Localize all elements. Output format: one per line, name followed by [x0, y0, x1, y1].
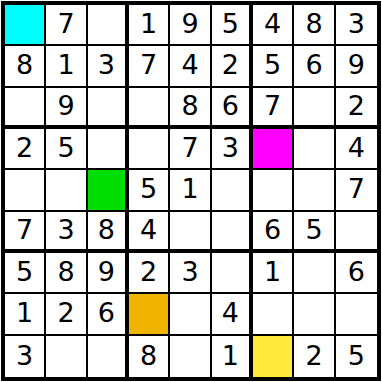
cell-r9c5[interactable] [170, 336, 211, 377]
orange-cell[interactable] [129, 294, 170, 335]
cyan-cell[interactable] [5, 5, 46, 46]
cell-r8c6[interactable]: 4 [212, 294, 253, 335]
cell-r2c5[interactable]: 4 [170, 46, 211, 87]
sudoku-page: 7195483813742569986722573451773846558923… [0, 0, 382, 382]
cell-r3c4[interactable] [129, 88, 170, 129]
cell-r5c2[interactable] [46, 170, 87, 211]
cell-r6c4[interactable]: 4 [129, 212, 170, 253]
cell-r7c4[interactable]: 2 [129, 253, 170, 294]
cell-r3c8[interactable] [294, 88, 335, 129]
cell-r1c9[interactable]: 3 [336, 5, 377, 46]
cell-r3c5[interactable]: 8 [170, 88, 211, 129]
cell-r7c1[interactable]: 5 [5, 253, 46, 294]
cell-r6c3[interactable]: 8 [88, 212, 129, 253]
cell-r3c7[interactable]: 7 [253, 88, 294, 129]
cell-r6c5[interactable] [170, 212, 211, 253]
cell-r2c9[interactable]: 9 [336, 46, 377, 87]
cell-r5c5[interactable]: 1 [170, 170, 211, 211]
cell-r3c2[interactable]: 9 [46, 88, 87, 129]
cell-r4c2[interactable]: 5 [46, 129, 87, 170]
cell-r9c6[interactable]: 1 [212, 336, 253, 377]
cell-r6c2[interactable]: 3 [46, 212, 87, 253]
cell-r1c8[interactable]: 8 [294, 5, 335, 46]
cell-r8c8[interactable] [294, 294, 335, 335]
cell-r4c3[interactable] [88, 129, 129, 170]
cell-r7c6[interactable] [212, 253, 253, 294]
magenta-cell[interactable] [253, 129, 294, 170]
cell-r4c4[interactable] [129, 129, 170, 170]
cell-r9c4[interactable]: 8 [129, 336, 170, 377]
cell-r6c7[interactable]: 6 [253, 212, 294, 253]
sudoku-board: 7195483813742569986722573451773846558923… [1, 1, 381, 381]
cell-r2c6[interactable]: 2 [212, 46, 253, 87]
cell-r7c5[interactable]: 3 [170, 253, 211, 294]
cell-r4c1[interactable]: 2 [5, 129, 46, 170]
cell-r5c7[interactable] [253, 170, 294, 211]
green-cell[interactable] [88, 170, 129, 211]
cell-r6c8[interactable]: 5 [294, 212, 335, 253]
cell-r8c1[interactable]: 1 [5, 294, 46, 335]
cell-r1c3[interactable] [88, 5, 129, 46]
cell-r9c2[interactable] [46, 336, 87, 377]
cell-r1c4[interactable]: 1 [129, 5, 170, 46]
cell-r6c9[interactable] [336, 212, 377, 253]
cell-r3c1[interactable] [5, 88, 46, 129]
cell-r7c2[interactable]: 8 [46, 253, 87, 294]
cell-r7c7[interactable]: 1 [253, 253, 294, 294]
cell-r7c3[interactable]: 9 [88, 253, 129, 294]
cell-r2c2[interactable]: 1 [46, 46, 87, 87]
cell-r7c8[interactable] [294, 253, 335, 294]
cell-r5c9[interactable]: 7 [336, 170, 377, 211]
yellow-cell[interactable] [253, 336, 294, 377]
cell-r2c4[interactable]: 7 [129, 46, 170, 87]
cell-r5c1[interactable] [5, 170, 46, 211]
cell-r2c8[interactable]: 6 [294, 46, 335, 87]
cell-r4c6[interactable]: 3 [212, 129, 253, 170]
cell-r8c2[interactable]: 2 [46, 294, 87, 335]
cell-r9c9[interactable]: 5 [336, 336, 377, 377]
cell-r1c6[interactable]: 5 [212, 5, 253, 46]
cell-r3c9[interactable]: 2 [336, 88, 377, 129]
cell-r6c1[interactable]: 7 [5, 212, 46, 253]
cell-r4c5[interactable]: 7 [170, 129, 211, 170]
cell-r4c9[interactable]: 4 [336, 129, 377, 170]
cell-r5c8[interactable] [294, 170, 335, 211]
cell-r1c2[interactable]: 7 [46, 5, 87, 46]
cell-r8c7[interactable] [253, 294, 294, 335]
cell-r9c8[interactable]: 2 [294, 336, 335, 377]
cell-r4c8[interactable] [294, 129, 335, 170]
cell-r5c6[interactable] [212, 170, 253, 211]
cell-r9c3[interactable] [88, 336, 129, 377]
cell-r9c1[interactable]: 3 [5, 336, 46, 377]
cell-r3c3[interactable] [88, 88, 129, 129]
cell-r6c6[interactable] [212, 212, 253, 253]
cell-r2c1[interactable]: 8 [5, 46, 46, 87]
cell-r3c6[interactable]: 6 [212, 88, 253, 129]
cell-r8c3[interactable]: 6 [88, 294, 129, 335]
cell-r7c9[interactable]: 6 [336, 253, 377, 294]
cell-r1c7[interactable]: 4 [253, 5, 294, 46]
cell-r8c9[interactable] [336, 294, 377, 335]
cell-r5c4[interactable]: 5 [129, 170, 170, 211]
cell-r8c5[interactable] [170, 294, 211, 335]
cell-r1c5[interactable]: 9 [170, 5, 211, 46]
cell-r2c3[interactable]: 3 [88, 46, 129, 87]
cell-r2c7[interactable]: 5 [253, 46, 294, 87]
